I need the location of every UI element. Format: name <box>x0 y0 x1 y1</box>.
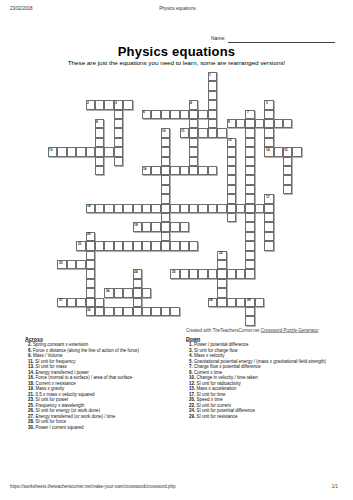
crossword-cell <box>208 119 217 128</box>
crossword-cell <box>170 222 179 231</box>
crossword-cell: 6 <box>142 110 151 119</box>
crossword-cell: 10 <box>161 128 170 137</box>
crossword-cell <box>170 166 179 175</box>
cell-number: 12 <box>228 138 232 141</box>
crossword-cell <box>227 147 236 156</box>
crossword-cell <box>104 307 113 316</box>
crossword-cell <box>198 110 207 119</box>
crossword-cell <box>245 260 254 269</box>
cell-number: 20 <box>87 232 91 235</box>
page-number: 1/1 <box>332 484 338 489</box>
crossword-cell <box>227 185 236 194</box>
crossword-cell <box>104 241 113 250</box>
crossword-cell <box>245 213 254 222</box>
crossword-cell: 13 <box>48 147 57 156</box>
crossword-cell <box>161 157 170 166</box>
crossword-cell: 23 <box>57 260 66 269</box>
crossword-cell <box>236 204 245 213</box>
crossword-cell <box>104 204 113 213</box>
crossword-cell <box>142 204 151 213</box>
crossword-cell <box>151 241 160 250</box>
cell-number: 30 <box>87 308 91 311</box>
crossword-cell <box>86 298 95 307</box>
cell-number: 11 <box>181 129 184 132</box>
crossword-cell <box>95 204 104 213</box>
crossword-cell <box>245 147 254 156</box>
crossword-cell: 16 <box>142 166 151 175</box>
down-clues: Down 1. Power / potential difference3. S… <box>186 336 351 419</box>
crossword-cell <box>142 241 151 250</box>
crossword-cell <box>161 222 170 231</box>
crossword-cell <box>264 241 273 250</box>
crossword-cell <box>227 269 236 278</box>
crossword-cell <box>180 204 189 213</box>
crossword-cell <box>189 204 198 213</box>
cell-number: 9 <box>228 120 230 123</box>
crossword-cell <box>264 119 273 128</box>
crossword-cell: 22 <box>217 251 226 260</box>
crossword-cell: 11 <box>180 128 189 137</box>
crossword-cell <box>245 307 254 316</box>
crossword-cell <box>151 204 160 213</box>
crossword-cell <box>95 138 104 147</box>
crossword-cell: 27 <box>57 298 66 307</box>
cell-number: 25 <box>172 270 176 273</box>
crossword-cell <box>245 204 254 213</box>
crossword-cell <box>142 222 151 231</box>
cell-number: 14 <box>266 148 270 151</box>
crossword-cell <box>95 100 104 109</box>
down-heading: Down <box>186 336 351 342</box>
crossword-cell: 24 <box>133 269 142 278</box>
crossword-cell <box>255 204 264 213</box>
crossword-cell <box>198 128 207 137</box>
crossword-cell: 4 <box>189 100 198 109</box>
crossword-cell <box>123 307 132 316</box>
crossword-grid: 1234567891011121314151617181920212223242… <box>0 0 353 340</box>
credit-link[interactable]: Crossword Puzzle Generator <box>261 328 319 333</box>
crossword-cell <box>161 213 170 222</box>
crossword-cell <box>189 157 198 166</box>
crossword-cell <box>255 119 264 128</box>
crossword-cell <box>180 166 189 175</box>
cell-number: 22 <box>219 251 223 254</box>
crossword-cell <box>217 269 226 278</box>
crossword-cell: 2 <box>86 100 95 109</box>
crossword-cell <box>208 166 217 175</box>
crossword-cell <box>151 110 160 119</box>
crossword-cell <box>208 81 217 90</box>
crossword-cell <box>245 138 254 147</box>
crossword-cell <box>114 307 123 316</box>
crossword-cell <box>95 298 104 307</box>
crossword-cell <box>245 166 254 175</box>
down-list: 1. Power / potential difference3. SI uni… <box>186 342 351 419</box>
crossword-cell <box>245 222 254 231</box>
crossword-cell <box>245 269 254 278</box>
crossword-cell <box>264 204 273 213</box>
crossword-cell <box>161 204 170 213</box>
crossword-cell <box>133 307 142 316</box>
crossword-cell <box>114 241 123 250</box>
cell-number: 28 <box>209 298 213 301</box>
crossword-cell <box>245 119 254 128</box>
crossword-cell <box>161 175 170 184</box>
crossword-cell <box>161 166 170 175</box>
crossword-cell <box>208 91 217 100</box>
crossword-cell <box>208 128 217 137</box>
crossword-cell <box>76 298 85 307</box>
crossword-cell <box>123 288 132 297</box>
cell-number: 29 <box>247 298 251 301</box>
cell-number: 24 <box>134 270 138 273</box>
cell-number: 23 <box>59 261 63 264</box>
crossword-cell <box>189 110 198 119</box>
across-clues: Across 2. Spring constant x extension6. … <box>25 336 190 430</box>
crossword-cell <box>189 119 198 128</box>
crossword-cell <box>264 222 273 231</box>
crossword-cell <box>104 147 113 156</box>
crossword-cell <box>180 269 189 278</box>
crossword-cell <box>95 157 104 166</box>
crossword-cell <box>274 147 283 156</box>
crossword-cell <box>114 157 123 166</box>
crossword-cell <box>161 241 170 250</box>
crossword-cell <box>76 147 85 156</box>
cell-number: 4 <box>190 101 192 104</box>
crossword-cell <box>86 269 95 278</box>
crossword-cell: 30 <box>86 307 95 316</box>
crossword-cell: 25 <box>170 269 179 278</box>
crossword-cell <box>198 269 207 278</box>
cell-number: 21 <box>78 242 82 245</box>
crossword-cell: 20 <box>86 232 95 241</box>
crossword-cell <box>67 147 76 156</box>
crossword-cell: 14 <box>264 147 273 156</box>
crossword-cell <box>189 128 198 137</box>
crossword-cell: 28 <box>208 298 217 307</box>
cell-number: 2 <box>87 101 89 104</box>
crossword-cell <box>161 307 170 316</box>
crossword-cell <box>208 110 217 119</box>
crossword-cell <box>161 194 170 203</box>
crossword-cell <box>274 119 283 128</box>
crossword-cell <box>245 175 254 184</box>
crossword-cell: 8 <box>95 119 104 128</box>
cell-number: 17 <box>266 195 270 198</box>
crossword-cell <box>86 251 95 260</box>
crossword-cell <box>180 222 189 231</box>
crossword-cell <box>217 298 226 307</box>
crossword-cell <box>170 307 179 316</box>
crossword-cell: 1 <box>208 72 217 81</box>
crossword-cell <box>264 138 273 147</box>
crossword-cell <box>170 204 179 213</box>
cell-number: 18 <box>87 204 91 207</box>
crossword-cell <box>161 147 170 156</box>
cell-number: 26 <box>106 289 110 292</box>
crossword-cell <box>86 288 95 297</box>
crossword-cell <box>151 222 160 231</box>
crossword-cell <box>217 128 226 137</box>
crossword-cell: 18 <box>86 204 95 213</box>
crossword-cell <box>95 147 104 156</box>
cell-number: 16 <box>143 167 147 170</box>
footer-url: https://worksheets.theteacherscorner.net… <box>10 484 176 489</box>
cell-number: 10 <box>162 129 166 132</box>
crossword-cell <box>245 251 254 260</box>
crossword-cell <box>86 260 95 269</box>
crossword-cell <box>217 279 226 288</box>
crossword-cell <box>95 241 104 250</box>
crossword-cell <box>227 194 236 203</box>
cell-number: 6 <box>143 110 145 113</box>
crossword-cell <box>142 288 151 297</box>
crossword-cell <box>114 147 123 156</box>
crossword-cell <box>133 279 142 288</box>
crossword-cell <box>236 269 245 278</box>
crossword-cell <box>217 288 226 297</box>
cell-number: 15 <box>284 148 288 151</box>
crossword-cell <box>227 157 236 166</box>
crossword-cell <box>189 241 198 250</box>
crossword-cell <box>151 166 160 175</box>
crossword-cell: 21 <box>76 241 85 250</box>
crossword-cell <box>283 166 292 175</box>
crossword-cell <box>104 100 113 109</box>
crossword-cell <box>161 232 170 241</box>
crossword-cell <box>227 204 236 213</box>
cell-number: 1 <box>209 73 211 76</box>
crossword-cell: 17 <box>264 194 273 203</box>
cell-number: 19 <box>134 223 138 226</box>
crossword-cell <box>245 185 254 194</box>
crossword-cell <box>264 213 273 222</box>
crossword-cell <box>133 288 142 297</box>
crossword-cell <box>236 298 245 307</box>
crossword-cell <box>283 175 292 184</box>
crossword-cell <box>123 241 132 250</box>
cell-number: 5 <box>266 101 268 104</box>
credit-prefix: Created with TheTeachersCorner.net <box>186 328 261 333</box>
crossword-cell <box>133 241 142 250</box>
crossword-cell <box>227 166 236 175</box>
crossword-cell <box>189 269 198 278</box>
crossword-cell <box>161 110 170 119</box>
crossword-cell <box>245 232 254 241</box>
crossword-cell <box>180 110 189 119</box>
crossword-cell <box>189 147 198 156</box>
crossword-cell <box>264 232 273 241</box>
crossword-cell: 15 <box>283 147 292 156</box>
crossword-cell <box>95 307 104 316</box>
credit-line: Created with TheTeachersCorner.net Cross… <box>186 328 351 333</box>
crossword-cell <box>208 204 217 213</box>
crossword-cell <box>255 298 264 307</box>
crossword-cell <box>245 316 254 325</box>
crossword-cell <box>123 100 132 109</box>
crossword-cell <box>170 241 179 250</box>
crossword-cell <box>245 128 254 137</box>
crossword-cell <box>283 157 292 166</box>
crossword-cell: 12 <box>227 138 236 147</box>
crossword-cell <box>76 260 85 269</box>
crossword-cell <box>208 269 217 278</box>
crossword-cell <box>170 110 179 119</box>
crossword-cell <box>86 279 95 288</box>
crossword-cell <box>95 166 104 175</box>
crossword-cell <box>245 241 254 250</box>
crossword-cell <box>189 138 198 147</box>
crossword-cell <box>86 241 95 250</box>
crossword-cell <box>283 119 292 128</box>
cell-number: 27 <box>59 298 63 301</box>
crossword-cell <box>95 128 104 137</box>
crossword-cell <box>133 298 142 307</box>
crossword-cell <box>151 307 160 316</box>
crossword-cell: 26 <box>104 288 113 297</box>
crossword-cell <box>236 119 245 128</box>
crossword-cell <box>245 157 254 166</box>
across-list: 2. Spring constant x extension6. Force x… <box>25 342 190 430</box>
crossword-cell <box>161 185 170 194</box>
crossword-cell <box>189 166 198 175</box>
crossword-cell <box>217 204 226 213</box>
cell-number: 13 <box>49 148 53 151</box>
crossword-cell <box>208 100 217 109</box>
crossword-cell <box>114 204 123 213</box>
clue-item: 29. SI unit for resistance <box>186 414 351 420</box>
crossword-cell: 9 <box>227 119 236 128</box>
crossword-cell: 3 <box>114 100 123 109</box>
crossword-cell: 5 <box>264 100 273 109</box>
crossword-cell <box>245 194 254 203</box>
crossword-cell <box>198 166 207 175</box>
crossword-cell <box>123 204 132 213</box>
cell-number: 3 <box>115 101 117 104</box>
cell-number: 7 <box>247 110 249 113</box>
cell-number: 8 <box>96 120 98 123</box>
clue-item: 30. Power / current squared <box>25 425 190 431</box>
crossword-cell <box>114 128 123 137</box>
crossword-cell <box>57 147 66 156</box>
crossword-cell <box>227 213 236 222</box>
crossword-cell: 29 <box>245 298 254 307</box>
crossword-cell <box>114 288 123 297</box>
crossword-cell <box>67 260 76 269</box>
crossword-cell <box>283 185 292 194</box>
crossword-cell <box>114 110 123 119</box>
crossword-cell <box>114 119 123 128</box>
crossword-cell <box>142 307 151 316</box>
crossword-cell <box>133 204 142 213</box>
crossword-cell <box>227 175 236 184</box>
crossword-cell <box>198 204 207 213</box>
crossword-cell: 19 <box>133 222 142 231</box>
crossword-cell <box>264 128 273 137</box>
crossword-cell <box>264 110 273 119</box>
crossword-cell <box>180 241 189 250</box>
crossword-cell <box>67 298 76 307</box>
crossword-cell <box>161 138 170 147</box>
crossword-cell <box>114 138 123 147</box>
crossword-cell <box>217 260 226 269</box>
crossword-cell: 7 <box>245 110 254 119</box>
crossword-cell <box>86 147 95 156</box>
across-heading: Across <box>25 336 190 342</box>
crossword-cell <box>292 147 301 156</box>
crossword-cell <box>227 298 236 307</box>
